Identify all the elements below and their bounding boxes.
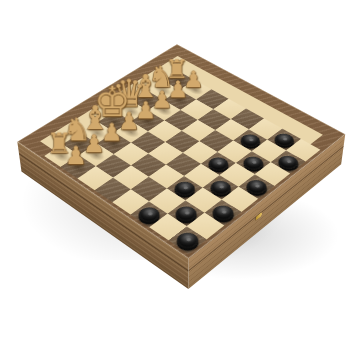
black-checker[interactable] — [205, 154, 233, 172]
board-grid: ♜♟♞♟♝♟♛♟♚♟♝♟♞♟♜♟ — [69, 71, 295, 217]
white-pawn[interactable]: ♟ — [53, 143, 99, 168]
photo-canvas: ♜♟♞♟♝♟♛♟♚♟♝♟♞♟♜♟ — [0, 0, 360, 360]
scene-3d: ♜♟♞♟♝♟♛♟♚♟♝♟♞♟♜♟ — [66, 22, 298, 254]
chess-box: ♜♟♞♟♝♟♛♟♚♟♝♟♞♟♜♟ — [17, 44, 345, 258]
